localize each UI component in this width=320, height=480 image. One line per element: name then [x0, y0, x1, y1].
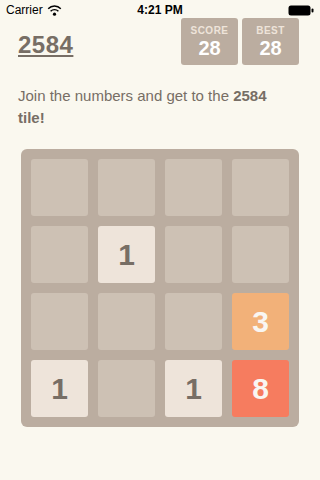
best-label: BEST	[242, 24, 299, 37]
score-panel: SCORE 28 BEST 28	[181, 18, 299, 65]
cell-r3c1	[31, 293, 88, 350]
wifi-icon	[47, 5, 62, 16]
carrier-label: Carrier	[6, 3, 43, 17]
cell-r1c3	[165, 159, 222, 216]
cell-r2c4	[232, 226, 289, 283]
score-label: SCORE	[181, 24, 238, 37]
game-intro-text: Join the numbers and get to the 2584tile…	[18, 85, 302, 129]
status-bar: Carrier 4:21 PM	[0, 0, 320, 20]
cell-r4c2	[98, 360, 155, 417]
cell-r1c2	[98, 159, 155, 216]
cell-r1c1	[31, 159, 88, 216]
game-board[interactable]: 1 3 1 1 8	[21, 149, 299, 427]
cell-r2c3	[165, 226, 222, 283]
intro-goal-word: tile!	[18, 109, 45, 126]
score-box: SCORE 28	[181, 18, 238, 65]
status-time: 4:21 PM	[137, 0, 182, 20]
best-box: BEST 28	[242, 18, 299, 65]
tile-1: 1	[165, 360, 222, 417]
cell-r1c4	[232, 159, 289, 216]
intro-goal-number: 2584	[233, 87, 266, 104]
battery-icon	[288, 5, 314, 16]
best-value: 28	[242, 37, 299, 60]
header: 2584 SCORE 28 BEST 28	[0, 18, 320, 65]
cell-r3c2	[98, 293, 155, 350]
tile-1: 1	[31, 360, 88, 417]
score-value: 28	[181, 37, 238, 60]
tile-8: 8	[232, 360, 289, 417]
intro-regular: Join the numbers and get to the	[18, 87, 233, 104]
cell-r3c3	[165, 293, 222, 350]
cell-r2c1	[31, 226, 88, 283]
tile-1: 1	[98, 226, 155, 283]
game-title-link[interactable]: 2584	[18, 31, 73, 59]
tile-3: 3	[232, 293, 289, 350]
